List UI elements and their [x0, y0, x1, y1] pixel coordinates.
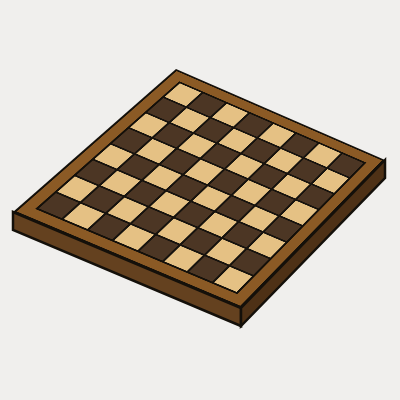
- chessboard-illustration: [0, 0, 400, 400]
